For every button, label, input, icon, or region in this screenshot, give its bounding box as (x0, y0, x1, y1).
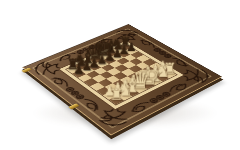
square-a7[interactable]: ♟ (72, 70, 86, 78)
product-photo: ♜♞♝♛♚♝♞♜♟♟♟♟♟♟♟♟♟♟♟♟♟♟♟♟♜♞♝♛♚♝♞♜ (0, 0, 240, 150)
square-a1[interactable]: ♜ (109, 96, 124, 105)
brass-hinge (21, 68, 31, 73)
piece-white-rook[interactable]: ♜ (109, 87, 123, 103)
piece-black-pawn[interactable]: ♟ (73, 63, 84, 75)
